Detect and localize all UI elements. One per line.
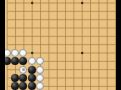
star-point bbox=[80, 52, 82, 54]
star-point bbox=[30, 52, 32, 54]
letterbox-left-bar bbox=[0, 0, 5, 90]
black-stone bbox=[28, 66, 36, 74]
letterbox-right-bar bbox=[116, 0, 121, 90]
go-board[interactable] bbox=[5, 0, 116, 90]
white-stone bbox=[36, 66, 44, 74]
go-app-screenshot bbox=[0, 0, 120, 90]
black-stone bbox=[28, 74, 36, 82]
star-point bbox=[80, 2, 82, 4]
black-stone bbox=[28, 82, 36, 90]
star-point bbox=[30, 2, 32, 4]
stone-marker bbox=[22, 68, 26, 72]
